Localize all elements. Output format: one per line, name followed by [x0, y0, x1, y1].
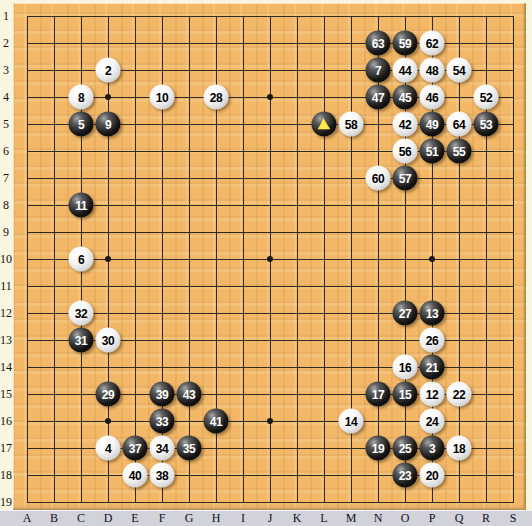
move-number: 54: [453, 63, 465, 77]
row-label-19: 19: [0, 495, 12, 509]
white-stone-M5[interactable]: 58: [339, 112, 364, 137]
move-number: 33: [156, 414, 168, 428]
black-stone-G17[interactable]: 35: [177, 436, 202, 461]
row-label-4: 4: [0, 90, 12, 104]
move-number: 57: [399, 171, 411, 185]
column-label-A: A: [16, 511, 38, 526]
move-number: 20: [426, 468, 438, 482]
move-number: 40: [129, 468, 141, 482]
white-stone-M16[interactable]: 14: [339, 409, 364, 434]
column-label-I: I: [232, 511, 254, 526]
move-number: 38: [156, 468, 168, 482]
move-number: 2: [105, 63, 111, 77]
move-number: 32: [75, 306, 87, 320]
white-stone-C10[interactable]: 6: [69, 247, 94, 272]
row-label-9: 9: [0, 225, 12, 239]
move-number: 46: [426, 90, 438, 104]
move-number: 34: [156, 441, 168, 455]
current-move-marker-icon: [316, 116, 333, 133]
move-number: 9: [105, 117, 111, 131]
white-stone-H4[interactable]: 28: [204, 85, 229, 110]
move-number: 25: [399, 441, 411, 455]
black-stone-O18[interactable]: 23: [393, 463, 418, 488]
white-stone-D13[interactable]: 30: [96, 328, 121, 353]
row-label-14: 14: [0, 360, 12, 374]
move-number: 63: [372, 36, 384, 50]
white-stone-F17[interactable]: 34: [150, 436, 175, 461]
row-label-5: 5: [0, 117, 12, 131]
go-record-screen: 12345678910111213141516171819ABCDEFGHIJK…: [0, 0, 532, 526]
move-number: 51: [426, 144, 438, 158]
move-number: 24: [426, 414, 438, 428]
row-label-11: 11: [0, 279, 12, 293]
move-number: 17: [372, 387, 384, 401]
row-label-3: 3: [0, 63, 12, 77]
star-point-J10: [267, 256, 273, 262]
white-stone-D17[interactable]: 4: [96, 436, 121, 461]
black-stone-F15[interactable]: 39: [150, 382, 175, 407]
move-number: 52: [480, 90, 492, 104]
black-stone-C13[interactable]: 31: [69, 328, 94, 353]
black-stone-O4[interactable]: 45: [393, 85, 418, 110]
move-number: 62: [426, 36, 438, 50]
move-number: 35: [183, 441, 195, 455]
black-stone-O15[interactable]: 15: [393, 382, 418, 407]
white-stone-N7[interactable]: 60: [366, 166, 391, 191]
row-label-1: 1: [0, 9, 12, 23]
row-label-10: 10: [0, 252, 12, 266]
move-number: 10: [156, 90, 168, 104]
row-label-17: 17: [0, 441, 12, 455]
move-number: 64: [453, 117, 465, 131]
white-stone-F18[interactable]: 38: [150, 463, 175, 488]
black-stone-P17[interactable]: 3: [420, 436, 445, 461]
move-number: 22: [453, 387, 465, 401]
move-number: 18: [453, 441, 465, 455]
black-stone-G15[interactable]: 43: [177, 382, 202, 407]
move-number: 23: [399, 468, 411, 482]
white-stone-Q15[interactable]: 22: [447, 382, 472, 407]
move-number: 60: [372, 171, 384, 185]
column-label-R: R: [475, 511, 497, 526]
white-stone-C12[interactable]: 32: [69, 301, 94, 326]
move-number: 12: [426, 387, 438, 401]
move-number: 16: [399, 360, 411, 374]
black-stone-D5[interactable]: 9: [96, 112, 121, 137]
white-stone-P3[interactable]: 48: [420, 58, 445, 83]
white-stone-P15[interactable]: 12: [420, 382, 445, 407]
move-number: 44: [399, 63, 411, 77]
black-stone-E17[interactable]: 37: [123, 436, 148, 461]
black-stone-N15[interactable]: 17: [366, 382, 391, 407]
star-point-D10: [105, 256, 111, 262]
row-label-15: 15: [0, 387, 12, 401]
white-stone-P2[interactable]: 62: [420, 31, 445, 56]
move-number: 42: [399, 117, 411, 131]
move-number: 49: [426, 117, 438, 131]
move-number: 47: [372, 90, 384, 104]
star-point-J4: [267, 94, 273, 100]
row-label-18: 18: [0, 468, 12, 482]
white-stone-P4[interactable]: 46: [420, 85, 445, 110]
move-number: 7: [375, 63, 381, 77]
black-stone-N3[interactable]: 7: [366, 58, 391, 83]
white-stone-P13[interactable]: 26: [420, 328, 445, 353]
move-number: 45: [399, 90, 411, 104]
move-number: 6: [78, 252, 84, 266]
move-number: 8: [78, 90, 84, 104]
move-number: 28: [210, 90, 222, 104]
move-number: 4: [105, 441, 111, 455]
column-label-L: L: [313, 511, 335, 526]
row-label-2: 2: [0, 36, 12, 50]
black-stone-N4[interactable]: 47: [366, 85, 391, 110]
white-stone-P16[interactable]: 24: [420, 409, 445, 434]
star-point-J16: [267, 418, 273, 424]
move-number: 30: [102, 333, 114, 347]
column-label-B: B: [43, 511, 65, 526]
move-number: 48: [426, 63, 438, 77]
black-stone-Q6[interactable]: 55: [447, 139, 472, 164]
column-label-E: E: [124, 511, 146, 526]
move-number: 58: [345, 117, 357, 131]
move-number: 19: [372, 441, 384, 455]
white-stone-R4[interactable]: 52: [474, 85, 499, 110]
white-stone-O3[interactable]: 44: [393, 58, 418, 83]
move-number: 13: [426, 306, 438, 320]
move-number: 41: [210, 414, 222, 428]
white-stone-C4[interactable]: 8: [69, 85, 94, 110]
column-label-K: K: [286, 511, 308, 526]
black-stone-O2[interactable]: 59: [393, 31, 418, 56]
move-number: 5: [78, 117, 84, 131]
move-number: 56: [399, 144, 411, 158]
column-label-N: N: [367, 511, 389, 526]
row-label-7: 7: [0, 171, 12, 185]
black-stone-F16[interactable]: 33: [150, 409, 175, 434]
white-stone-O5[interactable]: 42: [393, 112, 418, 137]
black-stone-L5-current-move[interactable]: [312, 112, 337, 137]
black-stone-H16[interactable]: 41: [204, 409, 229, 434]
row-label-8: 8: [0, 198, 12, 212]
star-point-D16: [105, 418, 111, 424]
move-number: 43: [183, 387, 195, 401]
white-stone-D3[interactable]: 2: [96, 58, 121, 83]
black-stone-N17[interactable]: 19: [366, 436, 391, 461]
move-number: 14: [345, 414, 357, 428]
move-number: 31: [75, 333, 87, 347]
white-stone-O14[interactable]: 16: [393, 355, 418, 380]
column-label-P: P: [421, 511, 443, 526]
move-number: 11: [75, 198, 87, 212]
black-stone-P6[interactable]: 51: [420, 139, 445, 164]
white-stone-O6[interactable]: 56: [393, 139, 418, 164]
star-point-D4: [105, 94, 111, 100]
white-stone-Q3[interactable]: 54: [447, 58, 472, 83]
column-label-O: O: [394, 511, 416, 526]
white-stone-Q5[interactable]: 64: [447, 112, 472, 137]
row-label-12: 12: [0, 306, 12, 320]
column-label-D: D: [97, 511, 119, 526]
black-stone-R5[interactable]: 53: [474, 112, 499, 137]
row-label-13: 13: [0, 333, 12, 347]
move-number: 21: [426, 360, 438, 374]
column-label-S: S: [502, 511, 524, 526]
move-number: 29: [102, 387, 114, 401]
black-stone-O7[interactable]: 57: [393, 166, 418, 191]
column-label-F: F: [151, 511, 173, 526]
column-label-G: G: [178, 511, 200, 526]
white-stone-F4[interactable]: 10: [150, 85, 175, 110]
column-label-M: M: [340, 511, 362, 526]
move-number: 15: [399, 387, 411, 401]
move-number: 3: [429, 441, 435, 455]
move-number: 39: [156, 387, 168, 401]
white-stone-Q17[interactable]: 18: [447, 436, 472, 461]
move-number: 37: [129, 441, 141, 455]
white-stone-P18[interactable]: 20: [420, 463, 445, 488]
row-label-6: 6: [0, 144, 12, 158]
white-stone-E18[interactable]: 40: [123, 463, 148, 488]
black-stone-O17[interactable]: 25: [393, 436, 418, 461]
column-label-C: C: [70, 511, 92, 526]
move-number: 53: [480, 117, 492, 131]
black-stone-O12[interactable]: 27: [393, 301, 418, 326]
move-number: 59: [399, 36, 411, 50]
black-stone-P12[interactable]: 13: [420, 301, 445, 326]
black-stone-D15[interactable]: 29: [96, 382, 121, 407]
column-label-H: H: [205, 511, 227, 526]
row-label-16: 16: [0, 414, 12, 428]
black-stone-P14[interactable]: 21: [420, 355, 445, 380]
move-number: 55: [453, 144, 465, 158]
column-label-J: J: [259, 511, 281, 526]
star-point-P10: [429, 256, 435, 262]
black-stone-N2[interactable]: 63: [366, 31, 391, 56]
column-label-Q: Q: [448, 511, 470, 526]
move-number: 27: [399, 306, 411, 320]
black-stone-P5[interactable]: 49: [420, 112, 445, 137]
black-stone-C5[interactable]: 5: [69, 112, 94, 137]
move-number: 26: [426, 333, 438, 347]
black-stone-C8[interactable]: 11: [69, 193, 94, 218]
